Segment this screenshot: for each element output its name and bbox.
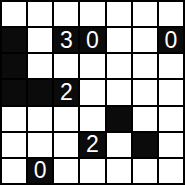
empty-cell-r6c5[interactable] <box>133 159 157 183</box>
empty-cell-r0c0[interactable] <box>2 2 26 26</box>
empty-cell-r0c4[interactable] <box>107 2 131 26</box>
empty-cell-r3c6[interactable] <box>159 80 183 104</box>
clue-number: 0 <box>165 29 178 52</box>
empty-cell-r5c1[interactable] <box>28 133 52 157</box>
empty-cell-r6c6[interactable] <box>159 159 183 183</box>
clue-number: 0 <box>86 29 99 52</box>
empty-cell-r1c1[interactable] <box>28 28 52 52</box>
clue-cell-r6c1: 0 <box>28 159 52 183</box>
empty-cell-r2c6[interactable] <box>159 54 183 78</box>
empty-cell-r0c3[interactable] <box>80 2 104 26</box>
clue-cell-r1c2: 3 <box>54 28 78 52</box>
empty-cell-r4c6[interactable] <box>159 107 183 131</box>
akari-board: 300220 <box>0 0 185 185</box>
empty-cell-r0c1[interactable] <box>28 2 52 26</box>
clue-number: 2 <box>60 81 73 104</box>
empty-cell-r2c2[interactable] <box>54 54 78 78</box>
empty-cell-r3c3[interactable] <box>80 80 104 104</box>
empty-cell-r5c6[interactable] <box>159 133 183 157</box>
clue-number: 2 <box>86 133 99 156</box>
empty-cell-r1c5[interactable] <box>133 28 157 52</box>
wall-cell-r1c0 <box>2 28 26 52</box>
empty-cell-r4c1[interactable] <box>28 107 52 131</box>
empty-cell-r4c3[interactable] <box>80 107 104 131</box>
empty-cell-r4c5[interactable] <box>133 107 157 131</box>
empty-cell-r6c0[interactable] <box>2 159 26 183</box>
wall-cell-r3c0 <box>2 80 26 104</box>
wall-cell-r3c1 <box>28 80 52 104</box>
clue-number: 0 <box>34 159 47 182</box>
clue-number: 3 <box>60 29 73 52</box>
empty-cell-r6c3[interactable] <box>80 159 104 183</box>
clue-cell-r5c3: 2 <box>80 133 104 157</box>
wall-cell-r4c4 <box>107 107 131 131</box>
empty-cell-r2c4[interactable] <box>107 54 131 78</box>
empty-cell-r2c1[interactable] <box>28 54 52 78</box>
wall-cell-r2c0 <box>2 54 26 78</box>
empty-cell-r6c2[interactable] <box>54 159 78 183</box>
empty-cell-r2c3[interactable] <box>80 54 104 78</box>
empty-cell-r5c4[interactable] <box>107 133 131 157</box>
empty-cell-r5c2[interactable] <box>54 133 78 157</box>
empty-cell-r0c5[interactable] <box>133 2 157 26</box>
clue-cell-r1c3: 0 <box>80 28 104 52</box>
clue-cell-r1c6: 0 <box>159 28 183 52</box>
empty-cell-r3c5[interactable] <box>133 80 157 104</box>
empty-cell-r4c0[interactable] <box>2 107 26 131</box>
empty-cell-r4c2[interactable] <box>54 107 78 131</box>
empty-cell-r0c2[interactable] <box>54 2 78 26</box>
empty-cell-r1c4[interactable] <box>107 28 131 52</box>
empty-cell-r5c0[interactable] <box>2 133 26 157</box>
empty-cell-r2c5[interactable] <box>133 54 157 78</box>
empty-cell-r0c6[interactable] <box>159 2 183 26</box>
empty-cell-r6c4[interactable] <box>107 159 131 183</box>
clue-cell-r3c2: 2 <box>54 80 78 104</box>
wall-cell-r5c5 <box>133 133 157 157</box>
empty-cell-r3c4[interactable] <box>107 80 131 104</box>
